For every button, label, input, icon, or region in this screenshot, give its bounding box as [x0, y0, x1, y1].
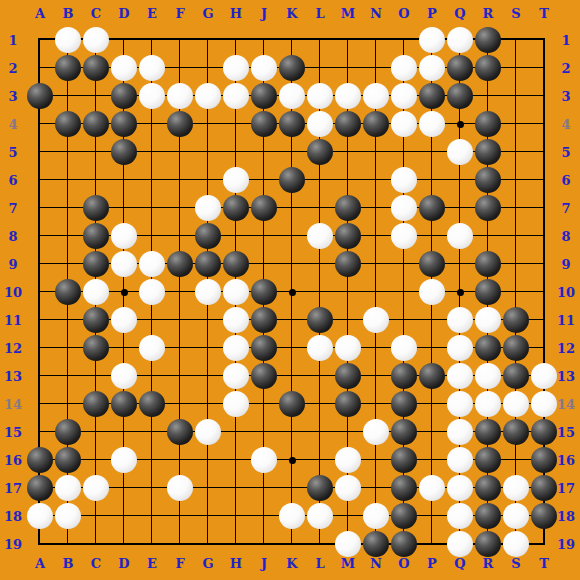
- black-stone: [27, 475, 53, 501]
- white-stone: [223, 307, 249, 333]
- white-stone: [307, 83, 333, 109]
- black-stone: [475, 531, 501, 557]
- star-point: [121, 289, 128, 296]
- white-stone: [223, 279, 249, 305]
- black-stone: [251, 363, 277, 389]
- black-stone: [251, 83, 277, 109]
- white-stone: [363, 307, 389, 333]
- white-stone: [335, 531, 361, 557]
- white-stone: [391, 55, 417, 81]
- white-stone: [139, 335, 165, 361]
- white-stone: [307, 503, 333, 529]
- black-stone: [503, 363, 529, 389]
- black-stone: [167, 251, 193, 277]
- row-label: 2: [1, 54, 25, 82]
- black-stone: [83, 335, 109, 361]
- white-stone: [447, 139, 473, 165]
- white-stone: [251, 447, 277, 473]
- white-stone: [139, 55, 165, 81]
- column-label: T: [530, 3, 558, 23]
- black-stone: [391, 419, 417, 445]
- white-stone: [475, 391, 501, 417]
- black-stone: [27, 83, 53, 109]
- white-stone: [167, 83, 193, 109]
- white-stone: [55, 475, 81, 501]
- black-stone: [83, 55, 109, 81]
- white-stone: [279, 83, 305, 109]
- black-stone: [307, 139, 333, 165]
- white-stone: [55, 27, 81, 53]
- column-label: D: [110, 3, 138, 23]
- black-stone: [307, 307, 333, 333]
- column-labels-top: ABCDEFGHJKLMNOPQRST: [26, 3, 558, 23]
- white-stone: [447, 391, 473, 417]
- black-stone: [391, 447, 417, 473]
- star-point: [289, 457, 296, 464]
- column-label: N: [362, 3, 390, 23]
- black-stone: [363, 531, 389, 557]
- black-stone: [419, 83, 445, 109]
- white-stone: [419, 111, 445, 137]
- row-label: 10: [557, 278, 575, 306]
- column-label: S: [502, 3, 530, 23]
- black-stone: [503, 307, 529, 333]
- row-label: 19: [1, 530, 25, 558]
- black-stone: [391, 503, 417, 529]
- white-stone: [83, 279, 109, 305]
- black-stone: [531, 475, 557, 501]
- white-stone: [223, 83, 249, 109]
- column-label: J: [250, 3, 278, 23]
- white-stone: [419, 27, 445, 53]
- white-stone: [307, 335, 333, 361]
- black-stone: [223, 195, 249, 221]
- white-stone: [139, 279, 165, 305]
- white-stone: [223, 335, 249, 361]
- black-stone: [307, 475, 333, 501]
- black-stone: [111, 139, 137, 165]
- white-stone: [447, 363, 473, 389]
- white-stone: [223, 363, 249, 389]
- white-stone: [195, 195, 221, 221]
- black-stone: [475, 111, 501, 137]
- black-stone: [83, 251, 109, 277]
- white-stone: [503, 531, 529, 557]
- white-stone: [447, 27, 473, 53]
- black-stone: [475, 335, 501, 361]
- black-stone: [335, 391, 361, 417]
- white-stone: [447, 531, 473, 557]
- row-label: 17: [557, 474, 575, 502]
- black-stone: [27, 447, 53, 473]
- black-stone: [475, 447, 501, 473]
- white-stone: [391, 167, 417, 193]
- row-label: 7: [557, 194, 575, 222]
- column-label: P: [418, 3, 446, 23]
- white-stone: [447, 503, 473, 529]
- black-stone: [335, 251, 361, 277]
- row-label: 13: [1, 362, 25, 390]
- white-stone: [363, 419, 389, 445]
- black-stone: [475, 167, 501, 193]
- white-stone: [195, 279, 221, 305]
- white-stone: [167, 475, 193, 501]
- column-label: H: [222, 3, 250, 23]
- row-label: 12: [1, 334, 25, 362]
- white-stone: [223, 391, 249, 417]
- row-label: 5: [1, 138, 25, 166]
- white-stone: [391, 223, 417, 249]
- column-label: O: [390, 3, 418, 23]
- black-stone: [391, 391, 417, 417]
- white-stone: [111, 55, 137, 81]
- go-board-diagram: ABCDEFGHJKLMNOPQRST 12345678910111213141…: [0, 0, 580, 580]
- black-stone: [83, 307, 109, 333]
- black-stone: [391, 363, 417, 389]
- row-label: 1: [1, 26, 25, 54]
- black-stone: [531, 447, 557, 473]
- black-stone: [475, 27, 501, 53]
- row-label: 11: [1, 306, 25, 334]
- black-stone: [391, 531, 417, 557]
- white-stone: [27, 503, 53, 529]
- black-stone: [531, 419, 557, 445]
- white-stone: [55, 503, 81, 529]
- white-stone: [475, 307, 501, 333]
- black-stone: [83, 223, 109, 249]
- star-point: [457, 289, 464, 296]
- white-stone: [111, 447, 137, 473]
- row-label: 11: [557, 306, 575, 334]
- white-stone: [419, 475, 445, 501]
- black-stone: [83, 111, 109, 137]
- row-label: 17: [1, 474, 25, 502]
- black-stone: [223, 251, 249, 277]
- column-label: A: [26, 3, 54, 23]
- black-stone: [55, 111, 81, 137]
- black-stone: [335, 111, 361, 137]
- white-stone: [195, 83, 221, 109]
- row-label: 1: [557, 26, 575, 54]
- row-label: 16: [557, 446, 575, 474]
- white-stone: [223, 167, 249, 193]
- row-label: 18: [557, 502, 575, 530]
- black-stone: [251, 335, 277, 361]
- white-stone: [447, 419, 473, 445]
- black-stone: [447, 55, 473, 81]
- black-stone: [503, 335, 529, 361]
- row-label: 15: [1, 418, 25, 446]
- row-label: 3: [557, 82, 575, 110]
- black-stone: [335, 363, 361, 389]
- white-stone: [195, 419, 221, 445]
- black-stone: [279, 111, 305, 137]
- row-label: 9: [557, 250, 575, 278]
- row-label: 15: [557, 418, 575, 446]
- white-stone: [223, 55, 249, 81]
- black-stone: [83, 195, 109, 221]
- column-label: K: [278, 3, 306, 23]
- black-stone: [167, 111, 193, 137]
- white-stone: [139, 83, 165, 109]
- black-stone: [335, 195, 361, 221]
- black-stone: [335, 223, 361, 249]
- white-stone: [335, 335, 361, 361]
- row-label: 14: [1, 390, 25, 418]
- row-label: 16: [1, 446, 25, 474]
- white-stone: [335, 447, 361, 473]
- black-stone: [503, 419, 529, 445]
- black-stone: [475, 195, 501, 221]
- white-stone: [391, 111, 417, 137]
- column-label: C: [82, 3, 110, 23]
- white-stone: [363, 83, 389, 109]
- black-stone: [447, 83, 473, 109]
- row-label: 8: [1, 222, 25, 250]
- white-stone: [307, 111, 333, 137]
- black-stone: [419, 363, 445, 389]
- black-stone: [475, 251, 501, 277]
- row-label: 18: [1, 502, 25, 530]
- black-stone: [419, 195, 445, 221]
- black-stone: [475, 139, 501, 165]
- row-label: 5: [557, 138, 575, 166]
- black-stone: [391, 475, 417, 501]
- black-stone: [363, 111, 389, 137]
- white-stone: [447, 335, 473, 361]
- black-stone: [531, 503, 557, 529]
- white-stone: [307, 223, 333, 249]
- white-stone: [335, 475, 361, 501]
- white-stone: [391, 335, 417, 361]
- white-stone: [447, 223, 473, 249]
- black-stone: [251, 111, 277, 137]
- column-label: G: [194, 3, 222, 23]
- white-stone: [447, 475, 473, 501]
- row-label: 7: [1, 194, 25, 222]
- black-stone: [475, 475, 501, 501]
- white-stone: [447, 447, 473, 473]
- white-stone: [391, 195, 417, 221]
- white-stone: [447, 307, 473, 333]
- black-stone: [279, 167, 305, 193]
- white-stone: [111, 363, 137, 389]
- row-label: 12: [557, 334, 575, 362]
- black-stone: [251, 279, 277, 305]
- black-stone: [475, 419, 501, 445]
- star-point: [457, 121, 464, 128]
- black-stone: [55, 447, 81, 473]
- row-label: 13: [557, 362, 575, 390]
- white-stone: [503, 391, 529, 417]
- black-stone: [195, 223, 221, 249]
- white-stone: [251, 55, 277, 81]
- black-stone: [251, 307, 277, 333]
- row-label: 14: [557, 390, 575, 418]
- row-label: 10: [1, 278, 25, 306]
- white-stone: [531, 363, 557, 389]
- white-stone: [391, 83, 417, 109]
- white-stone: [111, 223, 137, 249]
- column-label: B: [54, 3, 82, 23]
- row-label: 2: [557, 54, 575, 82]
- white-stone: [279, 503, 305, 529]
- column-label: R: [474, 3, 502, 23]
- white-stone: [475, 363, 501, 389]
- black-stone: [279, 55, 305, 81]
- column-label: M: [334, 3, 362, 23]
- row-label: 6: [1, 166, 25, 194]
- row-labels-left: 12345678910111213141516171819: [1, 26, 25, 558]
- black-stone: [475, 55, 501, 81]
- white-stone: [111, 251, 137, 277]
- white-stone: [503, 475, 529, 501]
- white-stone: [419, 279, 445, 305]
- black-stone: [475, 503, 501, 529]
- black-stone: [279, 391, 305, 417]
- black-stone: [475, 279, 501, 305]
- black-stone: [195, 251, 221, 277]
- black-stone: [83, 391, 109, 417]
- black-stone: [419, 251, 445, 277]
- black-stone: [167, 419, 193, 445]
- row-label: 9: [1, 250, 25, 278]
- black-stone: [139, 391, 165, 417]
- white-stone: [83, 27, 109, 53]
- column-label: E: [138, 3, 166, 23]
- white-stone: [419, 55, 445, 81]
- white-stone: [531, 391, 557, 417]
- column-label: F: [166, 3, 194, 23]
- black-stone: [111, 391, 137, 417]
- white-stone: [139, 251, 165, 277]
- black-stone: [251, 195, 277, 221]
- row-label: 19: [557, 530, 575, 558]
- star-point: [289, 289, 296, 296]
- black-stone: [111, 111, 137, 137]
- row-label: 4: [557, 110, 575, 138]
- row-label: 8: [557, 222, 575, 250]
- white-stone: [363, 503, 389, 529]
- white-stone: [503, 503, 529, 529]
- column-label: L: [306, 3, 334, 23]
- go-board[interactable]: [26, 26, 558, 558]
- black-stone: [55, 279, 81, 305]
- row-labels-right: 12345678910111213141516171819: [557, 26, 575, 558]
- row-label: 6: [557, 166, 575, 194]
- row-label: 4: [1, 110, 25, 138]
- black-stone: [111, 83, 137, 109]
- white-stone: [335, 83, 361, 109]
- black-stone: [55, 419, 81, 445]
- column-label: Q: [446, 3, 474, 23]
- row-label: 3: [1, 82, 25, 110]
- white-stone: [83, 475, 109, 501]
- white-stone: [111, 307, 137, 333]
- black-stone: [55, 55, 81, 81]
